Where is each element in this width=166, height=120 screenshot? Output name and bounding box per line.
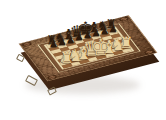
chess-set-photo: ♜♞♝♛♚♝♞♜♟♟♟♟♟♟♟♟♟♟♟♟♟♟♟♟♜♞♝♛♚♝♞♜ bbox=[0, 0, 166, 120]
black-pawn: ♟ bbox=[91, 28, 101, 38]
black-pawn: ♟ bbox=[108, 24, 118, 34]
black-king: ♚ bbox=[77, 20, 94, 37]
white-knight: ♞ bbox=[67, 48, 83, 64]
black-pawn: ♟ bbox=[83, 30, 93, 40]
black-rook: ♜ bbox=[105, 19, 117, 31]
white-king: ♚ bbox=[90, 36, 113, 59]
white-pawn: ♟ bbox=[67, 49, 79, 61]
black-knight: ♞ bbox=[96, 20, 109, 33]
black-pawn: ♟ bbox=[49, 39, 59, 49]
white-pawn: ♟ bbox=[59, 52, 71, 64]
black-bishop: ♝ bbox=[62, 28, 76, 42]
black-pawn: ♟ bbox=[66, 35, 76, 45]
black-pawn: ♟ bbox=[57, 37, 67, 47]
black-knight: ♞ bbox=[54, 32, 67, 45]
black-pawn: ♟ bbox=[74, 32, 84, 42]
white-bishop: ♝ bbox=[100, 38, 118, 56]
white-pawn: ♟ bbox=[76, 47, 88, 59]
black-pawn: ♟ bbox=[100, 26, 110, 36]
white-rook: ♜ bbox=[119, 36, 134, 51]
pieces-layer: ♜♞♝♛♚♝♞♜♟♟♟♟♟♟♟♟♟♟♟♟♟♟♟♟♜♞♝♛♚♝♞♜ bbox=[0, 0, 166, 120]
white-pawn: ♟ bbox=[84, 45, 96, 57]
black-queen: ♛ bbox=[69, 24, 85, 40]
white-bishop: ♝ bbox=[75, 44, 93, 62]
white-pawn: ♟ bbox=[110, 38, 122, 50]
white-queen: ♛ bbox=[82, 39, 103, 60]
white-pawn: ♟ bbox=[118, 36, 130, 48]
white-rook: ♜ bbox=[59, 51, 74, 66]
black-bishop: ♝ bbox=[87, 21, 101, 35]
white-pawn: ♟ bbox=[101, 41, 113, 53]
black-rook: ♜ bbox=[46, 35, 58, 47]
white-knight: ♞ bbox=[110, 37, 126, 53]
white-pawn: ♟ bbox=[93, 43, 105, 55]
